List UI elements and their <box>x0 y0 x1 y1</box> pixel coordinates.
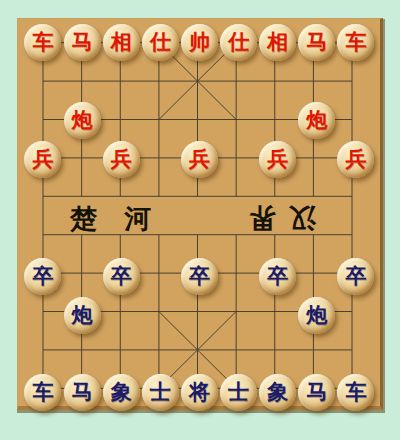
piece-red-cannon[interactable]: 炮 <box>64 102 101 139</box>
intersection-7-0: 马 <box>297 24 336 63</box>
piece-glyph: 车 <box>345 381 366 402</box>
piece-glyph: 马 <box>306 31 327 52</box>
intersection-6-3: 兵 <box>258 140 297 179</box>
intersection-4-9: 将 <box>180 374 219 413</box>
piece-red-cannon[interactable]: 炮 <box>298 102 335 139</box>
piece-red-elephant[interactable]: 相 <box>103 24 140 61</box>
piece-red-soldier[interactable]: 兵 <box>181 141 218 178</box>
piece-glyph: 兵 <box>189 148 210 169</box>
piece-red-soldier[interactable]: 兵 <box>103 141 140 178</box>
intersection-6-0: 相 <box>258 24 297 63</box>
piece-black-chariot[interactable]: 车 <box>337 374 374 411</box>
piece-glyph: 象 <box>111 381 132 402</box>
piece-black-soldier[interactable]: 卒 <box>181 258 218 295</box>
intersection-2-6: 卒 <box>102 257 141 296</box>
intersection-2-9: 象 <box>102 374 141 413</box>
intersection-4-6: 卒 <box>180 257 219 296</box>
piece-glyph: 卒 <box>189 265 210 286</box>
piece-glyph: 仕 <box>150 31 171 52</box>
piece-black-horse[interactable]: 马 <box>298 374 335 411</box>
piece-red-horse[interactable]: 马 <box>64 24 101 61</box>
piece-red-chariot[interactable]: 车 <box>24 24 61 61</box>
piece-glyph: 士 <box>150 381 171 402</box>
piece-black-advisor[interactable]: 士 <box>142 374 179 411</box>
piece-red-advisor[interactable]: 仕 <box>142 24 179 61</box>
intersection-8-9: 车 <box>336 374 375 413</box>
piece-glyph: 卒 <box>345 265 366 286</box>
piece-red-general[interactable]: 帅 <box>181 24 218 61</box>
piece-glyph: 卒 <box>111 265 132 286</box>
piece-glyph: 兵 <box>267 148 288 169</box>
intersection-3-0: 仕 <box>141 24 180 63</box>
piece-black-soldier[interactable]: 卒 <box>24 258 61 295</box>
piece-glyph: 将 <box>189 381 210 402</box>
piece-glyph: 士 <box>228 381 249 402</box>
piece-black-soldier[interactable]: 卒 <box>259 258 296 295</box>
piece-red-soldier[interactable]: 兵 <box>259 141 296 178</box>
piece-black-soldier[interactable]: 卒 <box>337 258 374 295</box>
piece-glyph: 相 <box>267 31 288 52</box>
piece-glyph: 兵 <box>32 148 53 169</box>
intersection-8-3: 兵 <box>336 140 375 179</box>
piece-glyph: 炮 <box>72 109 93 130</box>
intersection-1-7: 炮 <box>63 296 102 335</box>
piece-red-chariot[interactable]: 车 <box>337 24 374 61</box>
piece-black-soldier[interactable]: 卒 <box>103 258 140 295</box>
piece-glyph: 马 <box>72 381 93 402</box>
piece-glyph: 兵 <box>345 148 366 169</box>
piece-black-horse[interactable]: 马 <box>64 374 101 411</box>
piece-glyph: 卒 <box>32 265 53 286</box>
piece-glyph: 兵 <box>111 148 132 169</box>
piece-red-elephant[interactable]: 相 <box>259 24 296 61</box>
piece-glyph: 炮 <box>306 304 327 325</box>
intersection-0-9: 车 <box>23 374 62 413</box>
piece-glyph: 车 <box>32 381 53 402</box>
xiangqi-board: 楚 河 汉界 车马相仕帅仕相马车炮炮兵兵兵兵兵卒卒卒卒卒炮炮车马象士将士象马车 <box>17 18 383 410</box>
piece-glyph: 炮 <box>72 304 93 325</box>
intersection-1-2: 炮 <box>63 101 102 140</box>
intersection-0-3: 兵 <box>23 140 62 179</box>
intersection-1-9: 马 <box>63 374 102 413</box>
intersection-4-3: 兵 <box>180 140 219 179</box>
piece-red-advisor[interactable]: 仕 <box>220 24 257 61</box>
piece-glyph: 马 <box>306 381 327 402</box>
piece-glyph: 相 <box>111 31 132 52</box>
intersection-5-9: 士 <box>219 374 258 413</box>
piece-black-elephant[interactable]: 象 <box>259 374 296 411</box>
intersection-7-9: 马 <box>297 374 336 413</box>
piece-glyph: 车 <box>345 31 366 52</box>
piece-black-chariot[interactable]: 车 <box>24 374 61 411</box>
intersection-0-0: 车 <box>23 24 62 63</box>
intersection-2-0: 相 <box>102 24 141 63</box>
intersection-6-6: 卒 <box>258 257 297 296</box>
intersection-3-9: 士 <box>141 374 180 413</box>
piece-black-advisor[interactable]: 士 <box>220 374 257 411</box>
piece-black-elephant[interactable]: 象 <box>103 374 140 411</box>
piece-grid: 车马相仕帅仕相马车炮炮兵兵兵兵兵卒卒卒卒卒炮炮车马象士将士象马车 <box>23 24 375 413</box>
piece-glyph: 车 <box>32 31 53 52</box>
intersection-2-3: 兵 <box>102 140 141 179</box>
piece-red-soldier[interactable]: 兵 <box>24 141 61 178</box>
intersection-7-7: 炮 <box>297 296 336 335</box>
intersection-8-0: 车 <box>336 24 375 63</box>
intersection-1-0: 马 <box>63 24 102 63</box>
intersection-4-0: 帅 <box>180 24 219 63</box>
intersection-5-0: 仕 <box>219 24 258 63</box>
piece-glyph: 仕 <box>228 31 249 52</box>
piece-black-cannon[interactable]: 炮 <box>64 297 101 334</box>
intersection-8-6: 卒 <box>336 257 375 296</box>
piece-glyph: 马 <box>72 31 93 52</box>
intersection-0-6: 卒 <box>23 257 62 296</box>
piece-glyph: 炮 <box>306 109 327 130</box>
piece-glyph: 帅 <box>189 31 210 52</box>
intersection-6-9: 象 <box>258 374 297 413</box>
piece-glyph: 卒 <box>267 265 288 286</box>
piece-black-general[interactable]: 将 <box>181 374 218 411</box>
piece-red-horse[interactable]: 马 <box>298 24 335 61</box>
piece-red-soldier[interactable]: 兵 <box>337 141 374 178</box>
piece-black-cannon[interactable]: 炮 <box>298 297 335 334</box>
piece-glyph: 象 <box>267 381 288 402</box>
intersection-7-2: 炮 <box>297 101 336 140</box>
